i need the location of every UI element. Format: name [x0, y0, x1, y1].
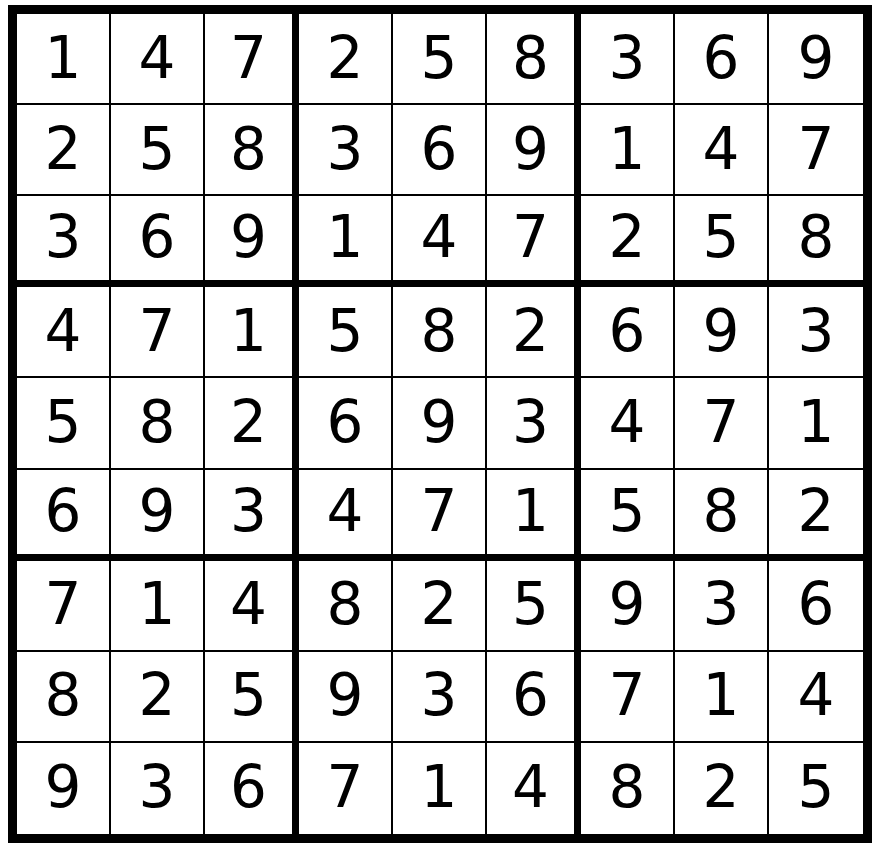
digit: 1 — [45, 29, 82, 87]
cell-r5c3[interactable]: 2 — [205, 378, 299, 469]
cell-r8c7[interactable]: 7 — [581, 652, 675, 743]
cell-r7c2[interactable]: 1 — [111, 561, 205, 652]
cell-r2c7[interactable]: 1 — [581, 105, 675, 196]
digit: 3 — [609, 29, 646, 87]
cell-r2c8[interactable]: 4 — [675, 105, 769, 196]
digit: 8 — [230, 120, 267, 178]
cell-r6c3[interactable]: 3 — [205, 470, 299, 561]
digit: 9 — [45, 758, 82, 816]
digit: 6 — [512, 666, 549, 724]
cell-r8c3[interactable]: 5 — [205, 652, 299, 743]
cell-r8c8[interactable]: 1 — [675, 652, 769, 743]
cell-r2c6[interactable]: 9 — [487, 105, 581, 196]
cell-r4c3[interactable]: 1 — [205, 287, 299, 378]
digit: 1 — [798, 393, 835, 451]
digit: 5 — [421, 29, 458, 87]
cell-r6c5[interactable]: 7 — [393, 470, 487, 561]
digit: 4 — [798, 666, 835, 724]
cell-r2c5[interactable]: 6 — [393, 105, 487, 196]
digit: 1 — [327, 208, 364, 266]
digit: 3 — [421, 666, 458, 724]
digit: 4 — [609, 393, 646, 451]
cell-r8c9[interactable]: 4 — [769, 652, 863, 743]
digit: 9 — [327, 666, 364, 724]
cell-r3c8[interactable]: 5 — [675, 196, 769, 287]
digit: 7 — [421, 482, 458, 540]
cell-r3c7[interactable]: 2 — [581, 196, 675, 287]
cell-r3c4[interactable]: 1 — [299, 196, 393, 287]
cell-r7c7[interactable]: 9 — [581, 561, 675, 652]
digit: 5 — [512, 575, 549, 633]
digit: 3 — [703, 575, 740, 633]
digit: 7 — [703, 393, 740, 451]
cell-r8c5[interactable]: 3 — [393, 652, 487, 743]
digit: 8 — [703, 482, 740, 540]
digit: 7 — [512, 208, 549, 266]
cell-r4c9[interactable]: 3 — [769, 287, 863, 378]
digit: 1 — [139, 575, 176, 633]
cell-r5c1[interactable]: 5 — [17, 378, 111, 469]
digit: 8 — [798, 208, 835, 266]
digit: 8 — [139, 393, 176, 451]
cell-r8c4[interactable]: 9 — [299, 652, 393, 743]
cell-r1c6[interactable]: 8 — [487, 14, 581, 105]
cell-r4c1[interactable]: 4 — [17, 287, 111, 378]
digit: 9 — [798, 29, 835, 87]
cell-r2c2[interactable]: 5 — [111, 105, 205, 196]
cell-r6c1[interactable]: 6 — [17, 470, 111, 561]
cell-r7c6[interactable]: 5 — [487, 561, 581, 652]
cell-r6c4[interactable]: 4 — [299, 470, 393, 561]
digit: 1 — [703, 666, 740, 724]
cell-r1c1[interactable]: 1 — [17, 14, 111, 105]
digit: 8 — [609, 758, 646, 816]
cell-r4c7[interactable]: 6 — [581, 287, 675, 378]
cell-r6c9[interactable]: 2 — [769, 470, 863, 561]
cell-r1c7[interactable]: 3 — [581, 14, 675, 105]
digit: 6 — [327, 393, 364, 451]
cell-r3c1[interactable]: 3 — [17, 196, 111, 287]
digit: 3 — [798, 302, 835, 360]
digit: 9 — [512, 120, 549, 178]
digit: 6 — [139, 208, 176, 266]
cell-r2c1[interactable]: 2 — [17, 105, 111, 196]
digit: 3 — [512, 393, 549, 451]
digit: 7 — [798, 120, 835, 178]
digit: 7 — [45, 575, 82, 633]
cell-r7c9[interactable]: 6 — [769, 561, 863, 652]
cell-r9c4[interactable]: 7 — [299, 743, 393, 834]
digit: 5 — [230, 666, 267, 724]
cell-r2c9[interactable]: 7 — [769, 105, 863, 196]
digit: 2 — [45, 120, 82, 178]
digit: 9 — [703, 302, 740, 360]
digit: 6 — [421, 120, 458, 178]
cell-r8c6[interactable]: 6 — [487, 652, 581, 743]
cell-r7c4[interactable]: 8 — [299, 561, 393, 652]
cell-r1c5[interactable]: 5 — [393, 14, 487, 105]
cell-r5c5[interactable]: 9 — [393, 378, 487, 469]
sudoku-board: 1472583692583691473691472584715826935826… — [8, 5, 872, 843]
digit: 7 — [230, 29, 267, 87]
digit: 6 — [230, 758, 267, 816]
cell-r4c4[interactable]: 5 — [299, 287, 393, 378]
digit: 4 — [230, 575, 267, 633]
digit: 5 — [327, 302, 364, 360]
digit: 3 — [327, 120, 364, 178]
digit: 1 — [512, 482, 549, 540]
digit: 1 — [230, 302, 267, 360]
cell-r1c4[interactable]: 2 — [299, 14, 393, 105]
cell-r5c4[interactable]: 6 — [299, 378, 393, 469]
cell-r8c1[interactable]: 8 — [17, 652, 111, 743]
cell-r5c7[interactable]: 4 — [581, 378, 675, 469]
digit: 3 — [230, 482, 267, 540]
cell-r1c8[interactable]: 6 — [675, 14, 769, 105]
cell-r4c5[interactable]: 8 — [393, 287, 487, 378]
digit: 5 — [703, 208, 740, 266]
cell-r2c3[interactable]: 8 — [205, 105, 299, 196]
cell-r3c9[interactable]: 8 — [769, 196, 863, 287]
digit: 7 — [139, 302, 176, 360]
digit: 6 — [703, 29, 740, 87]
digit: 4 — [327, 482, 364, 540]
digit: 1 — [609, 120, 646, 178]
digit: 8 — [327, 575, 364, 633]
cell-r4c2[interactable]: 7 — [111, 287, 205, 378]
cell-r1c2[interactable]: 4 — [111, 14, 205, 105]
digit: 8 — [512, 29, 549, 87]
cell-r9c1[interactable]: 9 — [17, 743, 111, 834]
cell-r7c3[interactable]: 4 — [205, 561, 299, 652]
digit: 7 — [327, 758, 364, 816]
digit: 5 — [798, 758, 835, 816]
digit: 2 — [139, 666, 176, 724]
cell-r5c2[interactable]: 8 — [111, 378, 205, 469]
cell-r5c8[interactable]: 7 — [675, 378, 769, 469]
cell-r9c3[interactable]: 6 — [205, 743, 299, 834]
digit: 9 — [609, 575, 646, 633]
cell-r1c9[interactable]: 9 — [769, 14, 863, 105]
digit: 8 — [45, 666, 82, 724]
cell-r1c3[interactable]: 7 — [205, 14, 299, 105]
cell-r7c1[interactable]: 7 — [17, 561, 111, 652]
cell-r3c5[interactable]: 4 — [393, 196, 487, 287]
cell-r7c8[interactable]: 3 — [675, 561, 769, 652]
cell-r9c6[interactable]: 4 — [487, 743, 581, 834]
cell-r9c8[interactable]: 2 — [675, 743, 769, 834]
digit: 2 — [703, 758, 740, 816]
cell-r4c6[interactable]: 2 — [487, 287, 581, 378]
cell-r3c2[interactable]: 6 — [111, 196, 205, 287]
digit: 7 — [609, 666, 646, 724]
cell-r2c4[interactable]: 3 — [299, 105, 393, 196]
digit: 4 — [45, 302, 82, 360]
cell-r3c6[interactable]: 7 — [487, 196, 581, 287]
cell-r6c8[interactable]: 8 — [675, 470, 769, 561]
digit: 5 — [139, 120, 176, 178]
cell-r8c2[interactable]: 2 — [111, 652, 205, 743]
digit: 2 — [327, 29, 364, 87]
digit: 5 — [45, 393, 82, 451]
digit: 1 — [421, 758, 458, 816]
digit: 4 — [139, 29, 176, 87]
digit: 6 — [798, 575, 835, 633]
cell-r3c3[interactable]: 9 — [205, 196, 299, 287]
digit: 5 — [609, 482, 646, 540]
digit: 4 — [703, 120, 740, 178]
cell-r6c2[interactable]: 9 — [111, 470, 205, 561]
digit: 4 — [421, 208, 458, 266]
digit: 2 — [230, 393, 267, 451]
cell-r7c5[interactable]: 2 — [393, 561, 487, 652]
cell-r5c6[interactable]: 3 — [487, 378, 581, 469]
digit: 2 — [512, 302, 549, 360]
digit: 9 — [139, 482, 176, 540]
cell-r9c7[interactable]: 8 — [581, 743, 675, 834]
cell-r6c6[interactable]: 1 — [487, 470, 581, 561]
digit: 6 — [609, 302, 646, 360]
digit: 3 — [139, 758, 176, 816]
cell-r9c2[interactable]: 3 — [111, 743, 205, 834]
digit: 9 — [230, 208, 267, 266]
digit: 2 — [609, 208, 646, 266]
digit: 4 — [512, 758, 549, 816]
cell-r9c9[interactable]: 5 — [769, 743, 863, 834]
digit: 2 — [798, 482, 835, 540]
cell-r4c8[interactable]: 9 — [675, 287, 769, 378]
digit: 6 — [45, 482, 82, 540]
digit: 9 — [421, 393, 458, 451]
digit: 2 — [421, 575, 458, 633]
digit: 3 — [45, 208, 82, 266]
cell-r6c7[interactable]: 5 — [581, 470, 675, 561]
digit: 8 — [421, 302, 458, 360]
cell-r9c5[interactable]: 1 — [393, 743, 487, 834]
cell-r5c9[interactable]: 1 — [769, 378, 863, 469]
